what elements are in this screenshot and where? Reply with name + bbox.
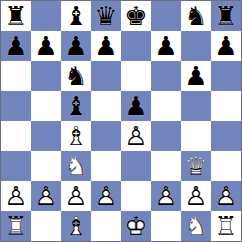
piece-outline-layer: ♙ <box>211 181 241 211</box>
square-h6[interactable] <box>211 61 241 91</box>
piece-outline-layer: ♕ <box>181 151 211 181</box>
square-b1[interactable] <box>31 211 61 241</box>
square-g3[interactable]: ♛♕ <box>181 151 211 181</box>
square-b8[interactable] <box>31 1 61 31</box>
piece-glyph: ♟ <box>181 61 211 91</box>
piece-outline-layer: ♙ <box>1 181 31 211</box>
piece-black-pawn[interactable]: ♟ <box>31 31 61 61</box>
square-e4[interactable]: ♟♙ <box>121 121 151 151</box>
square-d4[interactable] <box>91 121 121 151</box>
square-f3[interactable] <box>151 151 181 181</box>
square-b2[interactable]: ♟♙ <box>31 181 61 211</box>
piece-outline-layer: ♙ <box>61 181 91 211</box>
piece-white-pawn[interactable]: ♟♙ <box>61 181 91 211</box>
square-d3[interactable] <box>91 151 121 181</box>
square-g1[interactable]: ♞♘ <box>181 211 211 241</box>
piece-black-pawn[interactable]: ♟ <box>181 61 211 91</box>
piece-glyph: ♟ <box>91 31 121 61</box>
piece-glyph: ♜ <box>211 1 241 31</box>
piece-white-pawn[interactable]: ♟♙ <box>121 121 151 151</box>
piece-black-rook[interactable]: ♜ <box>1 1 31 31</box>
square-h5[interactable] <box>211 91 241 121</box>
piece-glyph: ♜ <box>1 1 31 31</box>
square-a4[interactable] <box>1 121 31 151</box>
square-g4[interactable] <box>181 121 211 151</box>
square-a8[interactable]: ♜ <box>1 1 31 31</box>
square-a1[interactable]: ♜♖ <box>1 211 31 241</box>
piece-glyph: ♟ <box>121 91 151 121</box>
piece-white-pawn[interactable]: ♟♙ <box>181 181 211 211</box>
square-a3[interactable] <box>1 151 31 181</box>
square-b5[interactable] <box>31 91 61 121</box>
piece-white-bishop[interactable]: ♝♗ <box>61 211 91 241</box>
piece-white-pawn[interactable]: ♟♙ <box>31 181 61 211</box>
piece-black-pawn[interactable]: ♟ <box>151 31 181 61</box>
square-a2[interactable]: ♟♙ <box>1 181 31 211</box>
piece-black-queen[interactable]: ♛ <box>91 1 121 31</box>
piece-glyph: ♚ <box>121 1 151 31</box>
square-e2[interactable] <box>121 181 151 211</box>
square-h3[interactable] <box>211 151 241 181</box>
piece-black-pawn[interactable]: ♟ <box>211 31 241 61</box>
piece-outline-layer: ♖ <box>1 211 31 241</box>
piece-glyph: ♝ <box>61 91 91 121</box>
square-g2[interactable]: ♟♙ <box>181 181 211 211</box>
piece-black-knight[interactable]: ♞ <box>181 1 211 31</box>
square-a6[interactable] <box>1 61 31 91</box>
square-d2[interactable]: ♟♙ <box>91 181 121 211</box>
square-d5[interactable] <box>91 91 121 121</box>
piece-outline-layer: ♘ <box>61 151 91 181</box>
square-e1[interactable]: ♚♔ <box>121 211 151 241</box>
piece-white-rook[interactable]: ♜♖ <box>1 211 31 241</box>
square-e8[interactable]: ♚ <box>121 1 151 31</box>
piece-outline-layer: ♙ <box>91 181 121 211</box>
square-g5[interactable] <box>181 91 211 121</box>
piece-white-pawn[interactable]: ♟♙ <box>211 181 241 211</box>
piece-black-pawn[interactable]: ♟ <box>91 31 121 61</box>
piece-glyph: ♟ <box>61 31 91 61</box>
piece-glyph: ♟ <box>1 31 31 61</box>
square-f8[interactable] <box>151 1 181 31</box>
piece-black-bishop[interactable]: ♝ <box>61 1 91 31</box>
square-e7[interactable] <box>121 31 151 61</box>
square-b7[interactable]: ♟ <box>31 31 61 61</box>
piece-white-bishop[interactable]: ♝♗ <box>61 121 91 151</box>
piece-glyph: ♟ <box>31 31 61 61</box>
square-f7[interactable]: ♟ <box>151 31 181 61</box>
piece-outline-layer: ♙ <box>31 181 61 211</box>
square-h4[interactable] <box>211 121 241 151</box>
square-g8[interactable]: ♞ <box>181 1 211 31</box>
piece-white-pawn[interactable]: ♟♙ <box>91 181 121 211</box>
square-d6[interactable] <box>91 61 121 91</box>
square-f1[interactable] <box>151 211 181 241</box>
square-c6[interactable]: ♞ <box>61 61 91 91</box>
piece-black-pawn[interactable]: ♟ <box>61 31 91 61</box>
piece-glyph: ♞ <box>181 1 211 31</box>
piece-glyph: ♝ <box>61 1 91 31</box>
square-h8[interactable]: ♜ <box>211 1 241 31</box>
square-g7[interactable] <box>181 31 211 61</box>
piece-outline-layer: ♘ <box>181 211 211 241</box>
piece-white-pawn[interactable]: ♟♙ <box>1 181 31 211</box>
square-h1[interactable]: ♜♖ <box>211 211 241 241</box>
piece-white-queen[interactable]: ♛♕ <box>181 151 211 181</box>
square-d7[interactable]: ♟ <box>91 31 121 61</box>
piece-outline-layer: ♗ <box>61 121 91 151</box>
piece-glyph: ♛ <box>91 1 121 31</box>
piece-outline-layer: ♗ <box>61 211 91 241</box>
chess-board: ♜♝♛♚♞♜♟♟♟♟♟♟♞♟♝♟♝♗♟♙♞♘♛♕♟♙♟♙♟♙♟♙♟♙♟♙♟♙♜♖… <box>0 0 242 242</box>
piece-glyph: ♞ <box>61 61 91 91</box>
square-c8[interactable]: ♝ <box>61 1 91 31</box>
piece-black-pawn[interactable]: ♟ <box>1 31 31 61</box>
square-h7[interactable]: ♟ <box>211 31 241 61</box>
square-b6[interactable] <box>31 61 61 91</box>
piece-outline-layer: ♙ <box>151 181 181 211</box>
square-c1[interactable]: ♝♗ <box>61 211 91 241</box>
piece-white-pawn[interactable]: ♟♙ <box>151 181 181 211</box>
piece-white-knight[interactable]: ♞♘ <box>181 211 211 241</box>
square-g6[interactable]: ♟ <box>181 61 211 91</box>
piece-black-rook[interactable]: ♜ <box>211 1 241 31</box>
piece-glyph: ♟ <box>151 31 181 61</box>
piece-outline-layer: ♔ <box>121 211 151 241</box>
piece-glyph: ♟ <box>211 31 241 61</box>
square-e3[interactable] <box>121 151 151 181</box>
piece-white-knight[interactable]: ♞♘ <box>61 151 91 181</box>
square-a7[interactable]: ♟ <box>1 31 31 61</box>
piece-black-king[interactable]: ♚ <box>121 1 151 31</box>
square-f6[interactable] <box>151 61 181 91</box>
piece-white-king[interactable]: ♚♔ <box>121 211 151 241</box>
piece-outline-layer: ♙ <box>121 121 151 151</box>
square-c5[interactable]: ♝ <box>61 91 91 121</box>
piece-white-rook[interactable]: ♜♖ <box>211 211 241 241</box>
piece-black-bishop[interactable]: ♝ <box>61 91 91 121</box>
piece-outline-layer: ♙ <box>181 181 211 211</box>
piece-outline-layer: ♖ <box>211 211 241 241</box>
square-c3[interactable]: ♞♘ <box>61 151 91 181</box>
square-c4[interactable]: ♝♗ <box>61 121 91 151</box>
square-f5[interactable] <box>151 91 181 121</box>
piece-black-knight[interactable]: ♞ <box>61 61 91 91</box>
piece-black-pawn[interactable]: ♟ <box>121 91 151 121</box>
square-d1[interactable] <box>91 211 121 241</box>
square-f4[interactable] <box>151 121 181 151</box>
square-c7[interactable]: ♟ <box>61 31 91 61</box>
square-a5[interactable] <box>1 91 31 121</box>
square-b4[interactable] <box>31 121 61 151</box>
square-b3[interactable] <box>31 151 61 181</box>
square-c2[interactable]: ♟♙ <box>61 181 91 211</box>
square-f2[interactable]: ♟♙ <box>151 181 181 211</box>
square-e5[interactable]: ♟ <box>121 91 151 121</box>
square-h2[interactable]: ♟♙ <box>211 181 241 211</box>
square-e6[interactable] <box>121 61 151 91</box>
square-d8[interactable]: ♛ <box>91 1 121 31</box>
